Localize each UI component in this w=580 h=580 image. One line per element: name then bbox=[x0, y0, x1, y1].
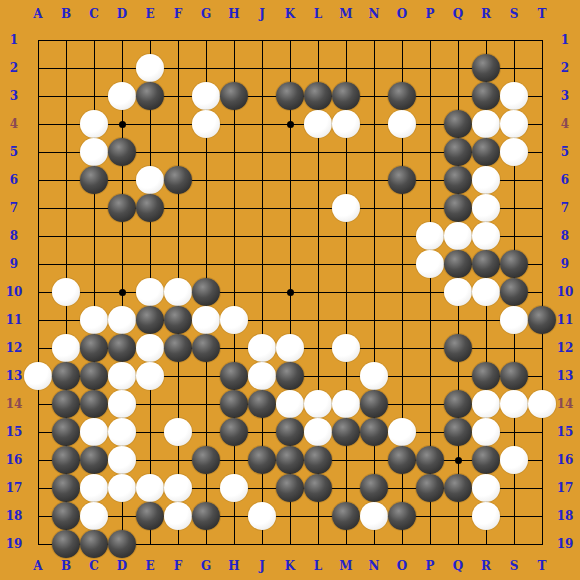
col-label-bottom-T: T bbox=[532, 559, 552, 573]
white-stone-D11[interactable]: ○ bbox=[108, 306, 136, 334]
white-stone-E12[interactable]: ○ bbox=[136, 334, 164, 362]
black-stone-Q17[interactable]: ● bbox=[444, 474, 472, 502]
row-label-left-7: 7 bbox=[2, 201, 26, 215]
black-stone-C19[interactable]: ● bbox=[80, 530, 108, 558]
white-stone-B10[interactable]: ○ bbox=[52, 278, 80, 306]
col-label-top-A: A bbox=[28, 7, 48, 21]
white-stone-M7[interactable]: ○ bbox=[332, 194, 360, 222]
row-label-left-4: 4 bbox=[2, 117, 26, 131]
black-stone-D19[interactable]: ● bbox=[108, 530, 136, 558]
white-stone-G4[interactable]: ○ bbox=[192, 110, 220, 138]
col-label-bottom-C: C bbox=[84, 559, 104, 573]
white-stone-R15[interactable]: ○ bbox=[472, 418, 500, 446]
black-stone-C14[interactable]: ● bbox=[80, 390, 108, 418]
black-stone-M15[interactable]: ● bbox=[332, 418, 360, 446]
black-stone-P16[interactable]: ● bbox=[416, 446, 444, 474]
white-stone-N13[interactable]: ○ bbox=[360, 362, 388, 390]
white-stone-L4[interactable]: ○ bbox=[304, 110, 332, 138]
black-stone-H15[interactable]: ● bbox=[220, 418, 248, 446]
white-stone-S4[interactable]: ○ bbox=[500, 110, 528, 138]
row-label-left-3: 3 bbox=[2, 89, 26, 103]
row-label-left-1: 1 bbox=[2, 33, 26, 47]
row-label-right-8: 8 bbox=[553, 229, 577, 243]
black-stone-Q7[interactable]: ● bbox=[444, 194, 472, 222]
black-stone-E11[interactable]: ● bbox=[136, 306, 164, 334]
white-stone-C17[interactable]: ○ bbox=[80, 474, 108, 502]
col-label-top-K: K bbox=[280, 7, 300, 21]
col-label-top-P: P bbox=[420, 7, 440, 21]
black-stone-E18[interactable]: ● bbox=[136, 502, 164, 530]
black-stone-O16[interactable]: ● bbox=[388, 446, 416, 474]
row-label-left-16: 16 bbox=[2, 453, 26, 467]
black-stone-K17[interactable]: ● bbox=[276, 474, 304, 502]
black-stone-Q9[interactable]: ● bbox=[444, 250, 472, 278]
row-label-right-18: 18 bbox=[553, 509, 577, 523]
black-stone-N17[interactable]: ● bbox=[360, 474, 388, 502]
col-label-top-L: L bbox=[308, 7, 328, 21]
white-stone-D16[interactable]: ○ bbox=[108, 446, 136, 474]
white-stone-L14[interactable]: ○ bbox=[304, 390, 332, 418]
star-point-K4 bbox=[287, 121, 294, 128]
white-stone-C15[interactable]: ○ bbox=[80, 418, 108, 446]
grid-line-horizontal bbox=[38, 516, 543, 517]
row-label-left-6: 6 bbox=[2, 173, 26, 187]
black-stone-D12[interactable]: ● bbox=[108, 334, 136, 362]
col-label-top-N: N bbox=[364, 7, 384, 21]
white-stone-K14[interactable]: ○ bbox=[276, 390, 304, 418]
white-stone-S5[interactable]: ○ bbox=[500, 138, 528, 166]
white-stone-R8[interactable]: ○ bbox=[472, 222, 500, 250]
black-stone-L3[interactable]: ● bbox=[304, 82, 332, 110]
black-stone-L17[interactable]: ● bbox=[304, 474, 332, 502]
black-stone-J16[interactable]: ● bbox=[248, 446, 276, 474]
row-label-left-19: 19 bbox=[2, 537, 26, 551]
row-label-right-12: 12 bbox=[553, 341, 577, 355]
black-stone-G16[interactable]: ● bbox=[192, 446, 220, 474]
black-stone-N15[interactable]: ● bbox=[360, 418, 388, 446]
black-stone-E3[interactable]: ● bbox=[136, 82, 164, 110]
black-stone-F11[interactable]: ● bbox=[164, 306, 192, 334]
white-stone-D14[interactable]: ○ bbox=[108, 390, 136, 418]
star-point-D10 bbox=[119, 289, 126, 296]
black-stone-O3[interactable]: ● bbox=[388, 82, 416, 110]
white-stone-R17[interactable]: ○ bbox=[472, 474, 500, 502]
white-stone-S11[interactable]: ○ bbox=[500, 306, 528, 334]
row-label-right-1: 1 bbox=[553, 33, 577, 47]
col-label-top-J: J bbox=[252, 7, 272, 21]
white-stone-T14[interactable]: ○ bbox=[528, 390, 556, 418]
black-stone-R9[interactable]: ● bbox=[472, 250, 500, 278]
white-stone-Q8[interactable]: ○ bbox=[444, 222, 472, 250]
white-stone-F18[interactable]: ○ bbox=[164, 502, 192, 530]
black-stone-H3[interactable]: ● bbox=[220, 82, 248, 110]
col-label-top-Q: Q bbox=[448, 7, 468, 21]
white-stone-D17[interactable]: ○ bbox=[108, 474, 136, 502]
col-label-top-M: M bbox=[336, 7, 356, 21]
black-stone-B15[interactable]: ● bbox=[52, 418, 80, 446]
row-label-right-17: 17 bbox=[553, 481, 577, 495]
row-label-left-5: 5 bbox=[2, 145, 26, 159]
black-stone-C16[interactable]: ● bbox=[80, 446, 108, 474]
row-label-right-13: 13 bbox=[553, 369, 577, 383]
white-stone-B12[interactable]: ○ bbox=[52, 334, 80, 362]
row-label-right-16: 16 bbox=[553, 453, 577, 467]
row-label-left-11: 11 bbox=[2, 313, 26, 327]
col-label-bottom-P: P bbox=[420, 559, 440, 573]
white-stone-G3[interactable]: ○ bbox=[192, 82, 220, 110]
col-label-bottom-J: J bbox=[252, 559, 272, 573]
white-stone-C11[interactable]: ○ bbox=[80, 306, 108, 334]
black-stone-T11[interactable]: ● bbox=[528, 306, 556, 334]
white-stone-J12[interactable]: ○ bbox=[248, 334, 276, 362]
black-stone-Q12[interactable]: ● bbox=[444, 334, 472, 362]
row-label-right-10: 10 bbox=[553, 285, 577, 299]
black-stone-F12[interactable]: ● bbox=[164, 334, 192, 362]
black-stone-N14[interactable]: ● bbox=[360, 390, 388, 418]
col-label-bottom-K: K bbox=[280, 559, 300, 573]
white-stone-H11[interactable]: ○ bbox=[220, 306, 248, 334]
row-label-left-18: 18 bbox=[2, 509, 26, 523]
row-label-left-9: 9 bbox=[2, 257, 26, 271]
row-label-right-5: 5 bbox=[553, 145, 577, 159]
white-stone-S3[interactable]: ○ bbox=[500, 82, 528, 110]
row-label-left-14: 14 bbox=[2, 397, 26, 411]
black-stone-Q6[interactable]: ● bbox=[444, 166, 472, 194]
star-point-Q16 bbox=[455, 457, 462, 464]
black-stone-K15[interactable]: ● bbox=[276, 418, 304, 446]
black-stone-B17[interactable]: ● bbox=[52, 474, 80, 502]
black-stone-F6[interactable]: ● bbox=[164, 166, 192, 194]
white-stone-D3[interactable]: ○ bbox=[108, 82, 136, 110]
white-stone-R14[interactable]: ○ bbox=[472, 390, 500, 418]
white-stone-J18[interactable]: ○ bbox=[248, 502, 276, 530]
black-stone-K3[interactable]: ● bbox=[276, 82, 304, 110]
row-label-left-2: 2 bbox=[2, 61, 26, 75]
black-stone-H14[interactable]: ● bbox=[220, 390, 248, 418]
white-stone-E2[interactable]: ○ bbox=[136, 54, 164, 82]
black-stone-J14[interactable]: ● bbox=[248, 390, 276, 418]
black-stone-R16[interactable]: ● bbox=[472, 446, 500, 474]
row-label-left-15: 15 bbox=[2, 425, 26, 439]
white-stone-L15[interactable]: ○ bbox=[304, 418, 332, 446]
col-label-top-T: T bbox=[532, 7, 552, 21]
white-stone-C4[interactable]: ○ bbox=[80, 110, 108, 138]
black-stone-Q15[interactable]: ● bbox=[444, 418, 472, 446]
col-label-bottom-H: H bbox=[224, 559, 244, 573]
black-stone-E7[interactable]: ● bbox=[136, 194, 164, 222]
white-stone-G11[interactable]: ○ bbox=[192, 306, 220, 334]
white-stone-R4[interactable]: ○ bbox=[472, 110, 500, 138]
grid-line-vertical bbox=[542, 40, 543, 545]
grid-line-vertical bbox=[374, 40, 375, 545]
white-stone-E10[interactable]: ○ bbox=[136, 278, 164, 306]
white-stone-E13[interactable]: ○ bbox=[136, 362, 164, 390]
black-stone-G18[interactable]: ● bbox=[192, 502, 220, 530]
col-label-bottom-O: O bbox=[392, 559, 412, 573]
white-stone-R18[interactable]: ○ bbox=[472, 502, 500, 530]
white-stone-C5[interactable]: ○ bbox=[80, 138, 108, 166]
black-stone-O18[interactable]: ● bbox=[388, 502, 416, 530]
black-stone-K13[interactable]: ● bbox=[276, 362, 304, 390]
black-stone-C12[interactable]: ● bbox=[80, 334, 108, 362]
black-stone-R2[interactable]: ● bbox=[472, 54, 500, 82]
col-label-top-E: E bbox=[140, 7, 160, 21]
col-label-bottom-R: R bbox=[476, 559, 496, 573]
col-label-bottom-L: L bbox=[308, 559, 328, 573]
white-stone-P8[interactable]: ○ bbox=[416, 222, 444, 250]
black-stone-B13[interactable]: ● bbox=[52, 362, 80, 390]
white-stone-P9[interactable]: ○ bbox=[416, 250, 444, 278]
black-stone-D7[interactable]: ● bbox=[108, 194, 136, 222]
black-stone-Q14[interactable]: ● bbox=[444, 390, 472, 418]
col-label-top-O: O bbox=[392, 7, 412, 21]
col-label-top-D: D bbox=[112, 7, 132, 21]
black-stone-B14[interactable]: ● bbox=[52, 390, 80, 418]
col-label-bottom-G: G bbox=[196, 559, 216, 573]
row-label-left-10: 10 bbox=[2, 285, 26, 299]
col-label-top-S: S bbox=[504, 7, 524, 21]
row-label-right-4: 4 bbox=[553, 117, 577, 131]
row-label-right-7: 7 bbox=[553, 201, 577, 215]
white-stone-R6[interactable]: ○ bbox=[472, 166, 500, 194]
row-label-right-2: 2 bbox=[553, 61, 577, 75]
white-stone-N18[interactable]: ○ bbox=[360, 502, 388, 530]
black-stone-C13[interactable]: ● bbox=[80, 362, 108, 390]
white-stone-A13[interactable]: ○ bbox=[24, 362, 52, 390]
row-label-left-13: 13 bbox=[2, 369, 26, 383]
black-stone-G10[interactable]: ● bbox=[192, 278, 220, 306]
col-label-top-C: C bbox=[84, 7, 104, 21]
black-stone-S10[interactable]: ● bbox=[500, 278, 528, 306]
col-label-bottom-Q: Q bbox=[448, 559, 468, 573]
black-stone-P17[interactable]: ● bbox=[416, 474, 444, 502]
col-label-top-B: B bbox=[56, 7, 76, 21]
black-stone-B16[interactable]: ● bbox=[52, 446, 80, 474]
black-stone-D5[interactable]: ● bbox=[108, 138, 136, 166]
row-label-right-11: 11 bbox=[553, 313, 577, 327]
white-stone-F17[interactable]: ○ bbox=[164, 474, 192, 502]
col-label-top-F: F bbox=[168, 7, 188, 21]
black-stone-C6[interactable]: ● bbox=[80, 166, 108, 194]
white-stone-D15[interactable]: ○ bbox=[108, 418, 136, 446]
black-stone-R13[interactable]: ● bbox=[472, 362, 500, 390]
col-label-bottom-F: F bbox=[168, 559, 188, 573]
white-stone-F15[interactable]: ○ bbox=[164, 418, 192, 446]
white-stone-D13[interactable]: ○ bbox=[108, 362, 136, 390]
black-stone-B18[interactable]: ● bbox=[52, 502, 80, 530]
row-label-left-12: 12 bbox=[2, 341, 26, 355]
white-stone-R7[interactable]: ○ bbox=[472, 194, 500, 222]
row-label-right-6: 6 bbox=[553, 173, 577, 187]
white-stone-O4[interactable]: ○ bbox=[388, 110, 416, 138]
col-label-bottom-N: N bbox=[364, 559, 384, 573]
white-stone-Q10[interactable]: ○ bbox=[444, 278, 472, 306]
white-stone-H17[interactable]: ○ bbox=[220, 474, 248, 502]
black-stone-M3[interactable]: ● bbox=[332, 82, 360, 110]
row-label-right-14: 14 bbox=[553, 397, 577, 411]
white-stone-J13[interactable]: ○ bbox=[248, 362, 276, 390]
star-point-K10 bbox=[287, 289, 294, 296]
col-label-top-H: H bbox=[224, 7, 244, 21]
row-label-right-3: 3 bbox=[553, 89, 577, 103]
black-stone-B19[interactable]: ● bbox=[52, 530, 80, 558]
white-stone-K12[interactable]: ○ bbox=[276, 334, 304, 362]
col-label-top-G: G bbox=[196, 7, 216, 21]
row-label-right-15: 15 bbox=[553, 425, 577, 439]
col-label-bottom-E: E bbox=[140, 559, 160, 573]
black-stone-K16[interactable]: ● bbox=[276, 446, 304, 474]
col-label-bottom-S: S bbox=[504, 559, 524, 573]
go-board[interactable]: AABBCCDDEEFFGGHHJJKKLLMMNNOOPPQQRRSSTT11… bbox=[0, 0, 580, 580]
row-label-right-19: 19 bbox=[553, 537, 577, 551]
white-stone-R10[interactable]: ○ bbox=[472, 278, 500, 306]
row-label-right-9: 9 bbox=[553, 257, 577, 271]
white-stone-M4[interactable]: ○ bbox=[332, 110, 360, 138]
black-stone-L16[interactable]: ● bbox=[304, 446, 332, 474]
white-stone-M12[interactable]: ○ bbox=[332, 334, 360, 362]
row-label-left-17: 17 bbox=[2, 481, 26, 495]
col-label-bottom-B: B bbox=[56, 559, 76, 573]
white-stone-S14[interactable]: ○ bbox=[500, 390, 528, 418]
col-label-bottom-M: M bbox=[336, 559, 356, 573]
black-stone-Q4[interactable]: ● bbox=[444, 110, 472, 138]
col-label-bottom-A: A bbox=[28, 559, 48, 573]
black-stone-M18[interactable]: ● bbox=[332, 502, 360, 530]
black-stone-G12[interactable]: ● bbox=[192, 334, 220, 362]
white-stone-E17[interactable]: ○ bbox=[136, 474, 164, 502]
black-stone-Q5[interactable]: ● bbox=[444, 138, 472, 166]
col-label-bottom-D: D bbox=[112, 559, 132, 573]
black-stone-H13[interactable]: ● bbox=[220, 362, 248, 390]
black-stone-R3[interactable]: ● bbox=[472, 82, 500, 110]
black-stone-S9[interactable]: ● bbox=[500, 250, 528, 278]
white-stone-S16[interactable]: ○ bbox=[500, 446, 528, 474]
black-stone-S13[interactable]: ● bbox=[500, 362, 528, 390]
white-stone-M14[interactable]: ○ bbox=[332, 390, 360, 418]
white-stone-C18[interactable]: ○ bbox=[80, 502, 108, 530]
black-stone-O6[interactable]: ● bbox=[388, 166, 416, 194]
row-label-left-8: 8 bbox=[2, 229, 26, 243]
star-point-D4 bbox=[119, 121, 126, 128]
white-stone-F10[interactable]: ○ bbox=[164, 278, 192, 306]
col-label-top-R: R bbox=[476, 7, 496, 21]
black-stone-R5[interactable]: ● bbox=[472, 138, 500, 166]
white-stone-O15[interactable]: ○ bbox=[388, 418, 416, 446]
white-stone-E6[interactable]: ○ bbox=[136, 166, 164, 194]
